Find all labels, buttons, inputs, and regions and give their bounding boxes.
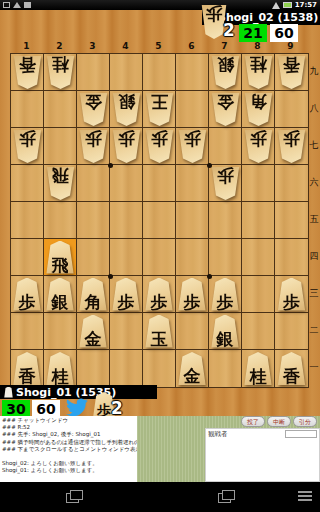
chat-line: Shogi_01: よろしくお願い致します。 xyxy=(2,467,135,474)
shogi-piece[interactable]: 歩 xyxy=(244,130,273,163)
spectators-label: 観戦者 xyxy=(208,430,228,439)
board-cell[interactable] xyxy=(209,128,242,165)
file-label: 1 xyxy=(10,41,43,51)
shogi-piece[interactable]: 歩 xyxy=(211,278,240,311)
board-cell[interactable] xyxy=(209,239,242,276)
shogi-board: 香桂銀桂香金銀王金角歩歩歩歩歩歩歩飛歩飛歩銀角歩歩歩歩歩金玉銀香桂金桂香 xyxy=(10,53,309,388)
shogi-piece[interactable]: 銀 xyxy=(211,56,240,89)
shogi-piece[interactable]: 桂 xyxy=(46,352,75,385)
draw-button[interactable]: 引分 xyxy=(293,416,317,427)
board-cell[interactable] xyxy=(209,202,242,239)
board-cell[interactable] xyxy=(77,165,110,202)
menu-icon[interactable] xyxy=(298,491,312,503)
top-timer-active: 21 xyxy=(239,24,267,42)
board-cell[interactable] xyxy=(110,54,143,91)
board-cell[interactable]: 金 xyxy=(77,91,110,128)
shogi-piece[interactable]: 桂 xyxy=(244,352,273,385)
board-cell[interactable] xyxy=(11,165,44,202)
board-cell[interactable] xyxy=(44,313,77,350)
chat-window[interactable]: ### チャットウインドウ### R:52### 先手: Shogi_02, 後… xyxy=(0,416,137,482)
board-cell[interactable]: 桂 xyxy=(242,54,275,91)
shogi-piece[interactable]: 歩 xyxy=(13,130,42,163)
board-cell[interactable] xyxy=(176,165,209,202)
board-cell[interactable] xyxy=(143,239,176,276)
board-cell[interactable] xyxy=(110,350,143,387)
clock-text: 17:57 xyxy=(295,0,317,10)
board-cell[interactable] xyxy=(275,165,308,202)
board-cell[interactable]: 飛 xyxy=(44,239,77,276)
board-cell[interactable] xyxy=(110,202,143,239)
board-cell[interactable] xyxy=(44,202,77,239)
shogi-piece[interactable]: 王 xyxy=(145,93,174,126)
chat-line: ### チャットウインドウ xyxy=(2,417,135,424)
board-cell[interactable] xyxy=(242,202,275,239)
shogi-piece[interactable]: 香 xyxy=(13,56,42,89)
shogi-piece[interactable]: 銀 xyxy=(46,278,75,311)
shogi-piece[interactable]: 角 xyxy=(79,278,108,311)
android-nav-bar xyxy=(0,482,320,512)
board-cell[interactable] xyxy=(275,202,308,239)
bottom-player-bar: Shogi_01 (1535) xyxy=(0,385,157,399)
board-cell[interactable]: 金 xyxy=(176,350,209,387)
board-cell[interactable] xyxy=(11,313,44,350)
board-cell[interactable] xyxy=(275,91,308,128)
resign-button[interactable]: 投了 xyxy=(241,416,265,427)
white-piece-icon xyxy=(4,387,13,398)
board-cell[interactable] xyxy=(176,91,209,128)
board-cell[interactable] xyxy=(77,239,110,276)
shogi-piece[interactable]: 桂 xyxy=(46,56,75,89)
board-cell[interactable]: 歩 xyxy=(209,276,242,313)
board-cell[interactable] xyxy=(143,202,176,239)
wifi-icon xyxy=(272,2,280,9)
board-cell[interactable] xyxy=(77,54,110,91)
rank-label: 七 xyxy=(308,127,320,164)
board-cell[interactable]: 桂 xyxy=(44,350,77,387)
board-cell[interactable]: 歩 xyxy=(143,128,176,165)
star-point xyxy=(108,274,113,279)
chat-line: ### 猶予時間があるのは通信遅滞で指し手到着遅れのため、 xyxy=(2,439,135,446)
shogi-piece[interactable]: 銀 xyxy=(211,315,240,348)
rank-label: 五 xyxy=(308,201,320,238)
board-cell[interactable] xyxy=(176,202,209,239)
shogi-piece[interactable]: 歩 xyxy=(79,130,108,163)
board-cell[interactable]: 銀 xyxy=(44,276,77,313)
file-label: 2 xyxy=(43,41,76,51)
shogi-piece[interactable]: 飛 xyxy=(46,241,75,274)
board-cell[interactable] xyxy=(242,165,275,202)
board-cell[interactable] xyxy=(11,239,44,276)
file-label: 6 xyxy=(175,41,208,51)
action-buttons: 投了 中断 引分 xyxy=(241,416,319,427)
file-label: 7 xyxy=(208,41,241,51)
board-cell[interactable]: 歩 xyxy=(176,128,209,165)
board-cell[interactable]: 歩 xyxy=(275,128,308,165)
board-cell[interactable]: 桂 xyxy=(242,350,275,387)
spectators-list-box[interactable] xyxy=(285,430,317,438)
board-cell[interactable]: 歩 xyxy=(110,276,143,313)
board-cell[interactable] xyxy=(11,202,44,239)
shogi-piece[interactable]: 歩 xyxy=(145,278,174,311)
board-cell[interactable] xyxy=(77,350,110,387)
android-status-bar: 17:57 xyxy=(0,0,320,10)
board-cell[interactable]: 香 xyxy=(11,54,44,91)
shogi-piece[interactable]: 歩 xyxy=(211,167,240,200)
file-label: 5 xyxy=(142,41,175,51)
board-cell[interactable] xyxy=(143,54,176,91)
star-point xyxy=(207,274,212,279)
rank-label: 一 xyxy=(308,349,320,386)
board-cell[interactable]: 歩 xyxy=(143,276,176,313)
shogi-piece[interactable]: 歩 xyxy=(178,130,207,163)
twitter-icon[interactable] xyxy=(64,398,90,418)
board-cell[interactable]: 飛 xyxy=(44,165,77,202)
rank-label: 三 xyxy=(308,275,320,312)
file-label: 8 xyxy=(241,41,274,51)
top-timer-byoyomi: 60 xyxy=(270,24,298,42)
star-point xyxy=(108,163,113,168)
shogi-piece[interactable]: 角 xyxy=(244,93,273,126)
shogi-piece[interactable]: 歩 xyxy=(178,278,207,311)
board-cell[interactable]: 歩 xyxy=(110,128,143,165)
board-cell[interactable]: 玉 xyxy=(143,313,176,350)
board-cell[interactable] xyxy=(11,91,44,128)
board-cell[interactable] xyxy=(176,54,209,91)
rank-label: 六 xyxy=(308,164,320,201)
chat-line: ### R:52 xyxy=(2,424,135,431)
board-cell[interactable]: 銀 xyxy=(110,91,143,128)
shogi-piece[interactable]: 金 xyxy=(79,93,108,126)
top-captured-count: 2 xyxy=(223,20,235,40)
rank-label: 二 xyxy=(308,312,320,349)
shogi-piece[interactable]: 桂 xyxy=(244,56,273,89)
shogi-piece[interactable]: 歩 xyxy=(112,278,141,311)
shogi-piece[interactable]: 歩 xyxy=(145,130,174,163)
board-cell[interactable]: 歩 xyxy=(11,276,44,313)
board-cell[interactable] xyxy=(143,350,176,387)
board-cell[interactable] xyxy=(209,350,242,387)
rank-labels: 九八七六五四三二一 xyxy=(308,53,320,386)
shogi-piece[interactable]: 香 xyxy=(277,352,306,385)
chat-line: ### 先手: Shogi_02, 後手: Shogi_01 xyxy=(2,431,135,438)
board-cell[interactable] xyxy=(176,313,209,350)
chat-line xyxy=(2,453,135,460)
board-cell[interactable] xyxy=(143,165,176,202)
board-cell[interactable]: 銀 xyxy=(209,313,242,350)
board-cell[interactable]: 角 xyxy=(77,276,110,313)
board-cell[interactable] xyxy=(44,128,77,165)
board-cell[interactable]: 歩 xyxy=(242,128,275,165)
board-cell[interactable]: 歩 xyxy=(11,128,44,165)
shogi-piece[interactable]: 飛 xyxy=(46,167,75,200)
notification-icon xyxy=(3,2,10,8)
app-screen: 17:57 Shogi_02 (1538) 歩 2 21 60 12345678… xyxy=(0,0,320,512)
board-cell[interactable] xyxy=(242,239,275,276)
file-label: 9 xyxy=(274,41,307,51)
board-cell[interactable]: 歩 xyxy=(176,276,209,313)
file-label: 4 xyxy=(109,41,142,51)
board-cell[interactable] xyxy=(110,239,143,276)
board-cell[interactable] xyxy=(242,276,275,313)
board-cell[interactable]: 角 xyxy=(242,91,275,128)
shogi-piece[interactable]: 金 xyxy=(178,352,207,385)
interrupt-button[interactable]: 中断 xyxy=(267,416,291,427)
chat-line: ### 下までスクロールするとコメントウィンドウ表示 xyxy=(2,446,135,453)
board-cell[interactable] xyxy=(110,313,143,350)
usb-icon xyxy=(24,2,31,8)
shogi-piece[interactable]: 歩 xyxy=(277,130,306,163)
rank-label: 九 xyxy=(308,53,320,90)
board-cell[interactable]: 香 xyxy=(11,350,44,387)
shogi-piece[interactable]: 歩 xyxy=(13,278,42,311)
shogi-piece[interactable]: 歩 xyxy=(277,278,306,311)
board-cell[interactable] xyxy=(176,239,209,276)
board-cell[interactable] xyxy=(275,313,308,350)
board-cell[interactable]: 香 xyxy=(275,54,308,91)
bottom-captured-count: 2 xyxy=(111,398,123,418)
board-cell[interactable]: 歩 xyxy=(209,165,242,202)
board-cell[interactable] xyxy=(44,91,77,128)
board-cell[interactable]: 桂 xyxy=(44,54,77,91)
shogi-piece[interactable]: 歩 xyxy=(112,130,141,163)
file-label: 3 xyxy=(76,41,109,51)
board-cell[interactable] xyxy=(77,202,110,239)
shogi-piece[interactable]: 金 xyxy=(79,315,108,348)
rank-label: 四 xyxy=(308,238,320,275)
shogi-piece[interactable]: 金 xyxy=(211,93,240,126)
file-labels: 123456789 xyxy=(10,41,307,51)
spectator-panel: 観戦者 xyxy=(205,428,320,482)
warning-icon xyxy=(13,2,21,8)
shogi-piece[interactable]: 香 xyxy=(277,56,306,89)
shogi-piece[interactable]: 玉 xyxy=(145,315,174,348)
board-cell[interactable]: 歩 xyxy=(275,276,308,313)
board-cell[interactable]: 銀 xyxy=(209,54,242,91)
board-cell[interactable]: 王 xyxy=(143,91,176,128)
board-cell[interactable] xyxy=(242,313,275,350)
board-cell[interactable]: 金 xyxy=(209,91,242,128)
shogi-piece[interactable]: 香 xyxy=(13,352,42,385)
battery-icon xyxy=(283,2,292,8)
board-cell[interactable]: 香 xyxy=(275,350,308,387)
board-cell[interactable] xyxy=(110,165,143,202)
board-cell[interactable] xyxy=(275,239,308,276)
chat-line: Shogi_02: よろしくお願い致します。 xyxy=(2,460,135,467)
board-cell[interactable]: 金 xyxy=(77,313,110,350)
rank-label: 八 xyxy=(308,90,320,127)
board-cell[interactable]: 歩 xyxy=(77,128,110,165)
star-point xyxy=(207,163,212,168)
shogi-piece[interactable]: 銀 xyxy=(112,93,141,126)
